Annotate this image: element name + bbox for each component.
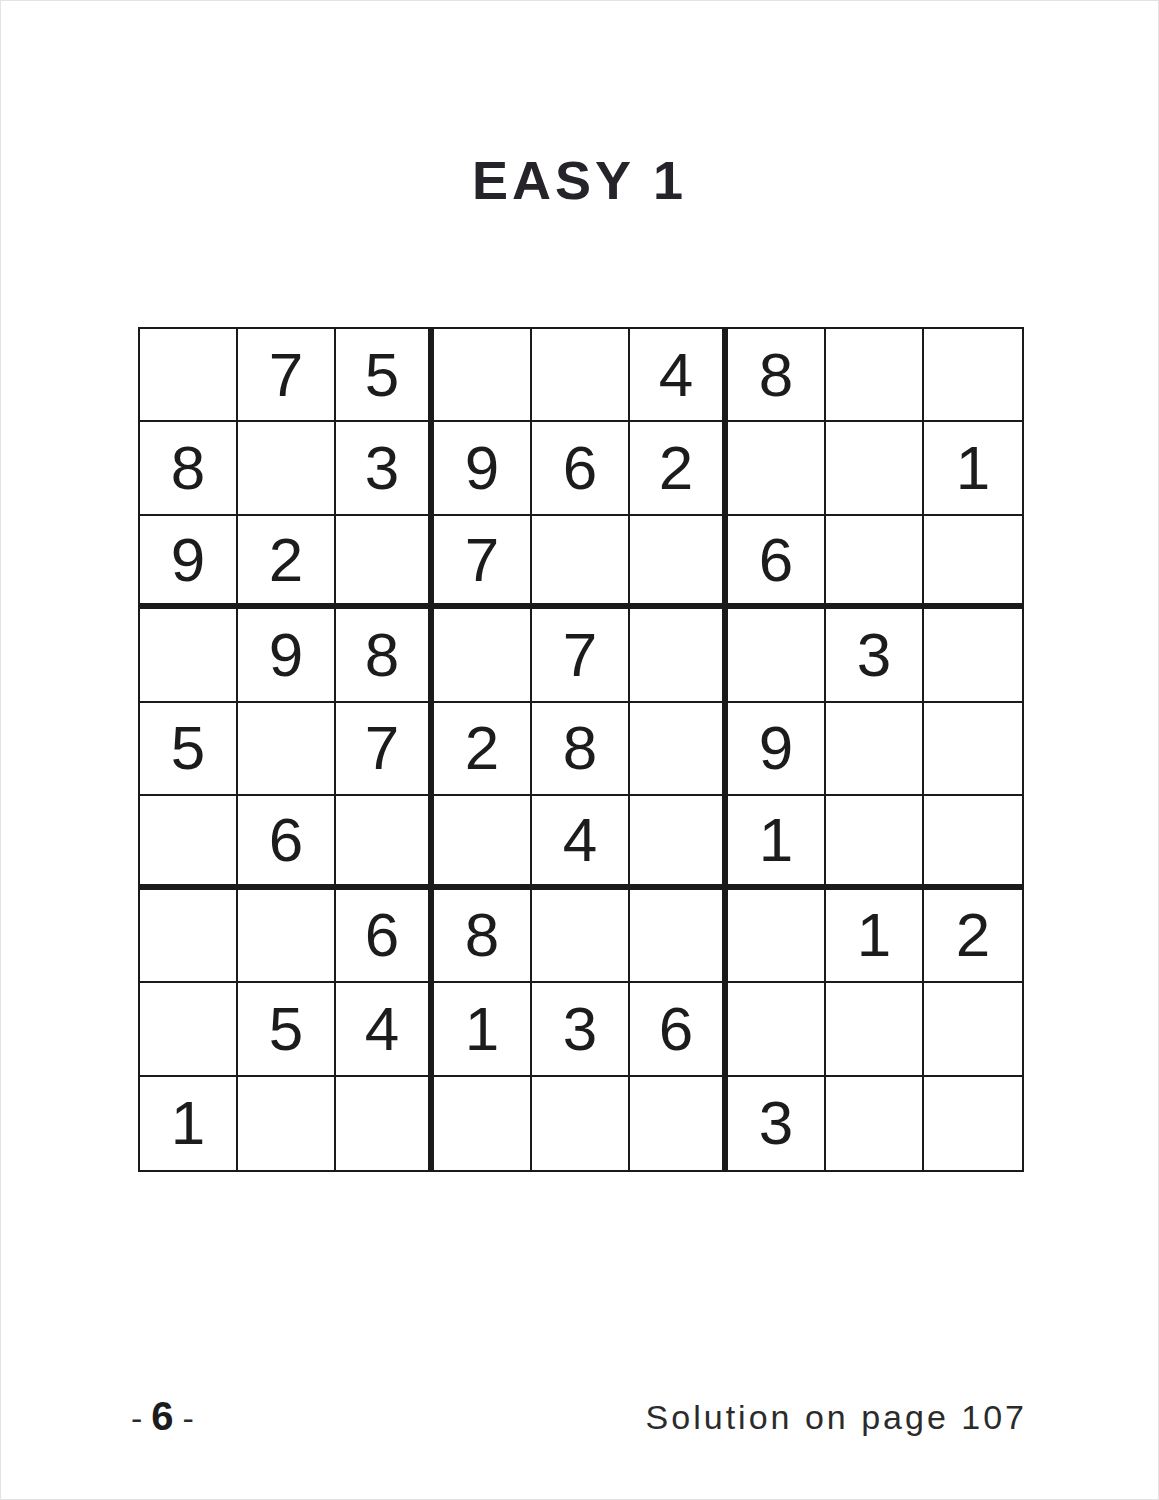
cell-r9c5-empty [532, 1077, 630, 1170]
cell-r2c4-given: 9 [434, 422, 532, 515]
cell-r2c8-empty [826, 422, 924, 515]
cell-r3c3-empty [336, 516, 434, 609]
cell-r7c8-given: 1 [826, 890, 924, 983]
cell-r6c4-empty [434, 796, 532, 889]
cell-r1c6-given: 4 [630, 329, 728, 422]
cell-r2c7-empty [728, 422, 826, 515]
cell-r4c9-empty [924, 609, 1022, 702]
cell-r6c3-empty [336, 796, 434, 889]
cell-r4c5-given: 7 [532, 609, 630, 702]
page-number-dash-left: - [131, 1399, 145, 1438]
cell-r2c6-given: 2 [630, 422, 728, 515]
cell-r6c7-given: 1 [728, 796, 826, 889]
cell-r7c2-empty [238, 890, 336, 983]
cell-r8c5-given: 3 [532, 983, 630, 1076]
cell-r8c7-empty [728, 983, 826, 1076]
cell-r1c3-given: 5 [336, 329, 434, 422]
solution-reference: Solution on page 107 [646, 1398, 1027, 1437]
cell-r9c6-empty [630, 1077, 728, 1170]
cell-r5c3-given: 7 [336, 703, 434, 796]
cell-r4c1-empty [140, 609, 238, 702]
cell-r4c8-given: 3 [826, 609, 924, 702]
cell-r4c3-given: 8 [336, 609, 434, 702]
cell-r9c9-empty [924, 1077, 1022, 1170]
puzzle-title: EASY 1 [1, 149, 1158, 211]
cell-r1c7-given: 8 [728, 329, 826, 422]
cell-r8c1-empty [140, 983, 238, 1076]
cell-r1c2-given: 7 [238, 329, 336, 422]
cell-r2c3-given: 3 [336, 422, 434, 515]
cell-r4c7-empty [728, 609, 826, 702]
cell-r7c4-given: 8 [434, 890, 532, 983]
cell-r6c8-empty [826, 796, 924, 889]
cell-r7c5-empty [532, 890, 630, 983]
cell-r9c4-empty [434, 1077, 532, 1170]
cell-r1c8-empty [826, 329, 924, 422]
cell-r4c6-empty [630, 609, 728, 702]
cell-r6c1-empty [140, 796, 238, 889]
cell-r6c5-given: 4 [532, 796, 630, 889]
cell-r3c7-given: 6 [728, 516, 826, 609]
cell-r5c9-empty [924, 703, 1022, 796]
cell-r5c1-given: 5 [140, 703, 238, 796]
cell-r3c8-empty [826, 516, 924, 609]
cell-r8c3-given: 4 [336, 983, 434, 1076]
cell-r7c7-empty [728, 890, 826, 983]
cell-r9c2-empty [238, 1077, 336, 1170]
cell-r7c3-given: 6 [336, 890, 434, 983]
cell-r1c5-empty [532, 329, 630, 422]
cell-r2c2-empty [238, 422, 336, 515]
page-number-value: 6 [151, 1394, 176, 1439]
cell-r3c9-empty [924, 516, 1022, 609]
cell-r5c8-empty [826, 703, 924, 796]
cell-r8c4-given: 1 [434, 983, 532, 1076]
cell-r5c2-empty [238, 703, 336, 796]
cell-r2c5-given: 6 [532, 422, 630, 515]
cell-r1c9-empty [924, 329, 1022, 422]
cell-r6c6-empty [630, 796, 728, 889]
cell-r5c6-empty [630, 703, 728, 796]
cell-r2c1-given: 8 [140, 422, 238, 515]
cell-r4c4-empty [434, 609, 532, 702]
cell-r9c1-given: 1 [140, 1077, 238, 1170]
cell-r1c1-empty [140, 329, 238, 422]
cell-r8c6-given: 6 [630, 983, 728, 1076]
cell-r8c2-given: 5 [238, 983, 336, 1076]
cell-r5c4-given: 2 [434, 703, 532, 796]
cell-r3c1-given: 9 [140, 516, 238, 609]
cell-r7c1-empty [140, 890, 238, 983]
cell-r2c9-given: 1 [924, 422, 1022, 515]
cell-r3c6-empty [630, 516, 728, 609]
cell-r7c9-given: 2 [924, 890, 1022, 983]
cell-r9c7-given: 3 [728, 1077, 826, 1170]
cell-r8c8-empty [826, 983, 924, 1076]
cell-r9c3-empty [336, 1077, 434, 1170]
cell-r3c5-empty [532, 516, 630, 609]
cell-r8c9-empty [924, 983, 1022, 1076]
cell-r5c5-given: 8 [532, 703, 630, 796]
page-number: - 6 - [131, 1394, 197, 1439]
cell-r9c8-empty [826, 1077, 924, 1170]
cell-r3c2-given: 2 [238, 516, 336, 609]
sudoku-board: 7548839621927698735728964168125413613 [138, 327, 1024, 1172]
page-number-dash-right: - [183, 1399, 197, 1438]
cell-r7c6-empty [630, 890, 728, 983]
cell-r3c4-given: 7 [434, 516, 532, 609]
cell-r6c9-empty [924, 796, 1022, 889]
cell-r1c4-empty [434, 329, 532, 422]
cell-r4c2-given: 9 [238, 609, 336, 702]
cell-r6c2-given: 6 [238, 796, 336, 889]
puzzle-book-page: EASY 1 754883962192769873572896416812541… [0, 0, 1159, 1500]
cell-r5c7-given: 9 [728, 703, 826, 796]
